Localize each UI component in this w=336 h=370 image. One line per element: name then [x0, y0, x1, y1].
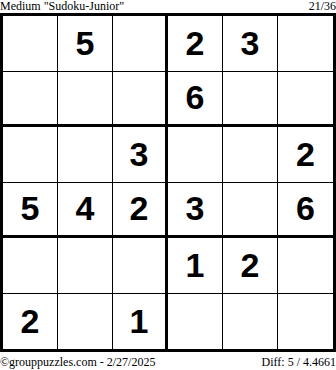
- blank-count: 21/36: [309, 0, 336, 12]
- copyright-text: ©grouppuzzles.com - 2/27/2025: [0, 355, 155, 369]
- cell-r6c1: 2: [3, 294, 58, 350]
- cell-r2c5[interactable]: [223, 72, 278, 128]
- cell-r5c4: 1: [168, 238, 223, 294]
- cell-r5c6[interactable]: [278, 238, 333, 294]
- cell-r4c3: 2: [113, 183, 168, 239]
- footer: ©grouppuzzles.com - 2/27/2025 Diff: 5 / …: [0, 354, 336, 369]
- cell-r1c2: 5: [58, 16, 113, 72]
- cell-r2c1[interactable]: [3, 72, 58, 128]
- sudoku-board: 523632542361221: [0, 13, 336, 352]
- cell-r2c2[interactable]: [58, 72, 113, 128]
- cell-r4c4: 3: [168, 183, 223, 239]
- cell-r3c6: 2: [278, 127, 333, 183]
- cell-r1c4: 2: [168, 16, 223, 72]
- cell-r3c2[interactable]: [58, 127, 113, 183]
- cell-r3c3: 3: [113, 127, 168, 183]
- difficulty-text: Diff: 5 / 4.4661: [262, 355, 336, 369]
- cell-r4c6: 6: [278, 183, 333, 239]
- cell-r6c4[interactable]: [168, 294, 223, 350]
- cell-r1c3[interactable]: [113, 16, 168, 72]
- header: Medium "Sudoku-Junior" 21/36: [0, 0, 336, 13]
- cell-r2c4: 6: [168, 72, 223, 128]
- puzzle-page: Medium "Sudoku-Junior" 21/36 52363254236…: [0, 0, 336, 370]
- cell-r6c3: 1: [113, 294, 168, 350]
- cell-r2c3[interactable]: [113, 72, 168, 128]
- cell-r6c6[interactable]: [278, 294, 333, 350]
- cell-r4c2: 4: [58, 183, 113, 239]
- cell-r5c1[interactable]: [3, 238, 58, 294]
- cell-r4c1: 5: [3, 183, 58, 239]
- cell-r1c6[interactable]: [278, 16, 333, 72]
- cell-r5c3[interactable]: [113, 238, 168, 294]
- cell-r3c1[interactable]: [3, 127, 58, 183]
- cell-r5c2[interactable]: [58, 238, 113, 294]
- cell-r6c5[interactable]: [223, 294, 278, 350]
- cell-r4c5[interactable]: [223, 183, 278, 239]
- cell-r1c5: 3: [223, 16, 278, 72]
- cell-r2c6[interactable]: [278, 72, 333, 128]
- cell-r5c5: 2: [223, 238, 278, 294]
- cell-r1c1[interactable]: [3, 16, 58, 72]
- cell-r6c2[interactable]: [58, 294, 113, 350]
- cell-r3c4[interactable]: [168, 127, 223, 183]
- puzzle-title: Medium "Sudoku-Junior": [0, 0, 124, 12]
- cell-r3c5[interactable]: [223, 127, 278, 183]
